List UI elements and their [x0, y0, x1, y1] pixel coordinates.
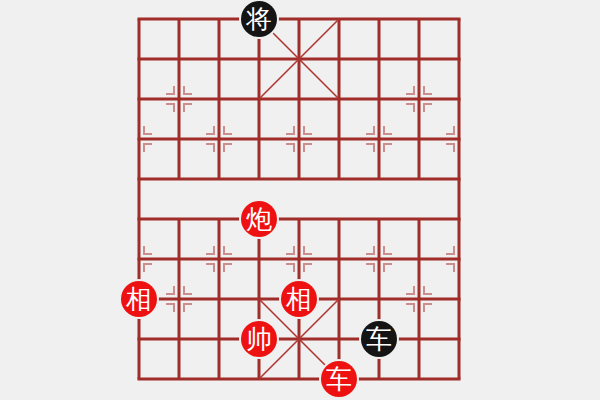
- board[interactable]: 将炮相相帅车车: [119, 0, 479, 399]
- piece-red-general[interactable]: 帅: [241, 321, 277, 357]
- piece-red-elephant-b[interactable]: 相: [281, 281, 317, 317]
- piece-red-elephant-a[interactable]: 相: [121, 281, 157, 317]
- piece-red-cannon[interactable]: 炮: [241, 201, 277, 237]
- piece-black-general[interactable]: 将: [241, 1, 277, 37]
- xiangqi-board-screen: 将炮相相帅车车: [0, 0, 600, 400]
- piece-red-chariot[interactable]: 车: [321, 361, 357, 397]
- piece-black-chariot[interactable]: 车: [361, 321, 397, 357]
